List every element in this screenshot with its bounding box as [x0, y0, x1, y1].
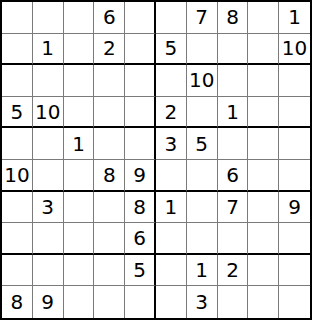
cell-r8c2[interactable] — [33, 223, 64, 255]
cell-r3c4[interactable] — [94, 65, 125, 97]
cell-r9c3[interactable] — [64, 255, 95, 287]
cell-r2c8[interactable] — [218, 34, 249, 66]
cell-r3c2[interactable] — [33, 65, 64, 97]
cell-r5c4[interactable] — [94, 128, 125, 160]
cell-r10c1[interactable]: 8 — [2, 286, 33, 318]
cell-r3c10[interactable] — [279, 65, 310, 97]
cell-r3c7[interactable]: 10 — [187, 65, 218, 97]
cell-r3c6[interactable] — [156, 65, 187, 97]
cell-r3c3[interactable] — [64, 65, 95, 97]
cell-r5c7[interactable]: 5 — [187, 128, 218, 160]
cell-r2c5[interactable] — [125, 34, 156, 66]
cell-r5c10[interactable] — [279, 128, 310, 160]
cell-r7c4[interactable] — [94, 192, 125, 224]
cell-r2c9[interactable] — [248, 34, 279, 66]
cell-r6c4[interactable]: 8 — [94, 160, 125, 192]
cell-r8c6[interactable] — [156, 223, 187, 255]
cell-r4c1[interactable]: 5 — [2, 97, 33, 129]
cell-r7c10[interactable]: 9 — [279, 192, 310, 224]
cell-r9c6[interactable] — [156, 255, 187, 287]
cell-r8c5[interactable]: 6 — [125, 223, 156, 255]
cell-r10c3[interactable] — [64, 286, 95, 318]
cell-r8c10[interactable] — [279, 223, 310, 255]
cell-r7c7[interactable] — [187, 192, 218, 224]
cell-r8c1[interactable] — [2, 223, 33, 255]
cell-r6c8[interactable]: 6 — [218, 160, 249, 192]
sudoku-board: 678112510105102113510896381796512893 — [0, 0, 312, 320]
cell-r1c3[interactable] — [64, 2, 95, 34]
cell-r10c8[interactable] — [218, 286, 249, 318]
cell-r3c9[interactable] — [248, 65, 279, 97]
cell-r1c6[interactable] — [156, 2, 187, 34]
cell-r4c3[interactable] — [64, 97, 95, 129]
cell-r6c1[interactable]: 10 — [2, 160, 33, 192]
cell-r9c4[interactable] — [94, 255, 125, 287]
cell-r7c3[interactable] — [64, 192, 95, 224]
cell-r8c8[interactable] — [218, 223, 249, 255]
cell-r8c9[interactable] — [248, 223, 279, 255]
cell-r10c9[interactable] — [248, 286, 279, 318]
cell-r9c1[interactable] — [2, 255, 33, 287]
cell-r4c2[interactable]: 10 — [33, 97, 64, 129]
cell-r7c9[interactable] — [248, 192, 279, 224]
cell-r8c7[interactable] — [187, 223, 218, 255]
cell-r5c2[interactable] — [33, 128, 64, 160]
cell-r10c4[interactable] — [94, 286, 125, 318]
cell-r7c6[interactable]: 1 — [156, 192, 187, 224]
cell-r5c1[interactable] — [2, 128, 33, 160]
cell-r4c10[interactable] — [279, 97, 310, 129]
cell-r4c7[interactable] — [187, 97, 218, 129]
cell-r10c10[interactable] — [279, 286, 310, 318]
cell-r9c10[interactable] — [279, 255, 310, 287]
cell-r10c6[interactable] — [156, 286, 187, 318]
cell-r1c10[interactable]: 1 — [279, 2, 310, 34]
cell-r7c1[interactable] — [2, 192, 33, 224]
cell-r10c7[interactable]: 3 — [187, 286, 218, 318]
cell-r8c4[interactable] — [94, 223, 125, 255]
cell-r10c2[interactable]: 9 — [33, 286, 64, 318]
cell-r7c2[interactable]: 3 — [33, 192, 64, 224]
cell-r1c5[interactable] — [125, 2, 156, 34]
cell-r9c9[interactable] — [248, 255, 279, 287]
cell-r1c8[interactable]: 8 — [218, 2, 249, 34]
cell-r6c9[interactable] — [248, 160, 279, 192]
cell-r3c5[interactable] — [125, 65, 156, 97]
cell-r4c5[interactable] — [125, 97, 156, 129]
cell-r7c8[interactable]: 7 — [218, 192, 249, 224]
cell-r4c4[interactable] — [94, 97, 125, 129]
cell-r4c8[interactable]: 1 — [218, 97, 249, 129]
cell-r3c8[interactable] — [218, 65, 249, 97]
cell-r4c6[interactable]: 2 — [156, 97, 187, 129]
cell-r1c1[interactable] — [2, 2, 33, 34]
cell-r9c5[interactable]: 5 — [125, 255, 156, 287]
cell-r7c5[interactable]: 8 — [125, 192, 156, 224]
cell-r5c5[interactable] — [125, 128, 156, 160]
cell-r6c6[interactable] — [156, 160, 187, 192]
cell-r2c10[interactable]: 10 — [279, 34, 310, 66]
cell-r6c5[interactable]: 9 — [125, 160, 156, 192]
cell-r2c2[interactable]: 1 — [33, 34, 64, 66]
cell-r6c7[interactable] — [187, 160, 218, 192]
cell-r1c4[interactable]: 6 — [94, 2, 125, 34]
cell-r2c7[interactable] — [187, 34, 218, 66]
cell-r5c3[interactable]: 1 — [64, 128, 95, 160]
cell-r6c2[interactable] — [33, 160, 64, 192]
cell-r1c7[interactable]: 7 — [187, 2, 218, 34]
cell-r2c1[interactable] — [2, 34, 33, 66]
cell-r6c10[interactable] — [279, 160, 310, 192]
cell-r5c8[interactable] — [218, 128, 249, 160]
cell-r6c3[interactable] — [64, 160, 95, 192]
cell-r9c8[interactable]: 2 — [218, 255, 249, 287]
cell-r1c2[interactable] — [33, 2, 64, 34]
cell-r9c7[interactable]: 1 — [187, 255, 218, 287]
cell-r8c3[interactable] — [64, 223, 95, 255]
cell-r2c3[interactable] — [64, 34, 95, 66]
cell-r1c9[interactable] — [248, 2, 279, 34]
cell-r2c4[interactable]: 2 — [94, 34, 125, 66]
cell-r10c5[interactable] — [125, 286, 156, 318]
cell-r5c9[interactable] — [248, 128, 279, 160]
cell-r4c9[interactable] — [248, 97, 279, 129]
cell-r3c1[interactable] — [2, 65, 33, 97]
cell-r9c2[interactable] — [33, 255, 64, 287]
cell-r5c6[interactable]: 3 — [156, 128, 187, 160]
cell-r2c6[interactable]: 5 — [156, 34, 187, 66]
